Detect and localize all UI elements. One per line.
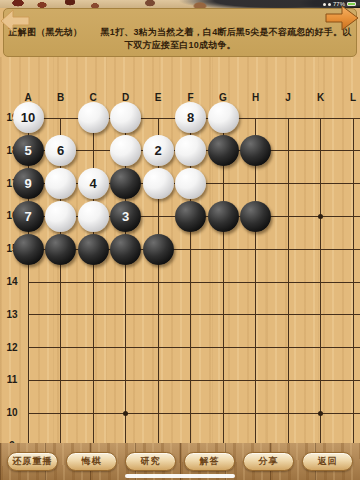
white-stone-D18 <box>110 135 141 166</box>
app-screen: 77% 正解图（黑先劫） 黑1打、3粘为当然之着，白4断后黑5尖是不容疏忽的好手… <box>0 0 360 480</box>
white-stone-D19 <box>110 102 141 133</box>
research-button[interactable]: 研究 <box>125 452 176 471</box>
prev-arrow-icon[interactable] <box>0 8 30 34</box>
board[interactable]: ABCDEFGHJKL19181716151413121110910856294… <box>0 57 360 443</box>
solution-body: 黑1打、3粘为当然之着，白4断后黑5尖是不容疏忽的好手。以下双方应接至白10成劫… <box>101 27 352 50</box>
next-arrow-icon[interactable] <box>325 4 359 32</box>
white-stone-F18 <box>175 135 206 166</box>
home-indicator[interactable] <box>125 474 235 478</box>
white-stone-E18: 2 <box>143 135 174 166</box>
white-stone-C19 <box>78 102 109 133</box>
black-stone-G18 <box>208 135 239 166</box>
solution-text: 正解图（黑先劫） 黑1打、3粘为当然之着，白4断后黑5尖是不容疏忽的好手。以下双… <box>8 26 352 52</box>
black-stone-D17 <box>110 168 141 199</box>
black-stone-G16 <box>208 201 239 232</box>
white-stone-F19: 8 <box>175 102 206 133</box>
black-stone-D15 <box>110 234 141 265</box>
black-stone-A15 <box>13 234 44 265</box>
share-button[interactable]: 分享 <box>243 452 294 471</box>
white-stone-E17 <box>143 168 174 199</box>
bottom-toolbar: 还原重播 悔棋 研究 解答 分享 返回 <box>0 443 360 480</box>
white-stone-G19 <box>208 102 239 133</box>
black-stone-E15 <box>143 234 174 265</box>
black-stone-A17: 9 <box>13 168 44 199</box>
black-stone-H16 <box>240 201 271 232</box>
solution-text-panel: 正解图（黑先劫） 黑1打、3粘为当然之着，白4断后黑5尖是不容疏忽的好手。以下双… <box>3 8 357 57</box>
white-stone-B16 <box>45 201 76 232</box>
black-stone-C15 <box>78 234 109 265</box>
undo-button[interactable]: 悔棋 <box>66 452 117 471</box>
white-stone-C16 <box>78 201 109 232</box>
black-stone-F16 <box>175 201 206 232</box>
white-stone-A19: 10 <box>13 102 44 133</box>
back-button[interactable]: 返回 <box>302 452 353 471</box>
white-stone-B17 <box>45 168 76 199</box>
black-stone-A18: 5 <box>13 135 44 166</box>
decorative-header-image <box>0 0 360 8</box>
answer-button[interactable]: 解答 <box>184 452 235 471</box>
black-stone-D16: 3 <box>110 201 141 232</box>
white-stone-B18: 6 <box>45 135 76 166</box>
stones-layer: 1085629473 <box>12 102 360 443</box>
black-stone-B15 <box>45 234 76 265</box>
black-stone-A16: 7 <box>13 201 44 232</box>
white-stone-F17 <box>175 168 206 199</box>
restore-replay-button[interactable]: 还原重播 <box>7 452 58 471</box>
white-stone-C17: 4 <box>78 168 109 199</box>
black-stone-H18 <box>240 135 271 166</box>
